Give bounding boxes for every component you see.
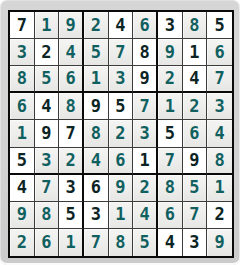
cell-r3c3[interactable]: 6	[59, 66, 84, 93]
cell-r3c2[interactable]: 5	[35, 66, 60, 93]
cell-r6c8[interactable]: 9	[183, 148, 208, 175]
cell-r3c9[interactable]: 7	[207, 66, 232, 93]
cell-r3c4[interactable]: 1	[84, 66, 109, 93]
cell-r9c4[interactable]: 7	[84, 229, 109, 256]
cell-r8c7[interactable]: 6	[158, 202, 183, 229]
cell-r4c9[interactable]: 3	[207, 93, 232, 120]
cell-r9c7[interactable]: 4	[158, 229, 183, 256]
cell-r5c6[interactable]: 3	[133, 120, 158, 147]
cell-r1c1[interactable]: 7	[10, 12, 35, 39]
cell-r6c9[interactable]: 8	[207, 148, 232, 175]
cell-r5c8[interactable]: 6	[183, 120, 208, 147]
cell-r8c3[interactable]: 5	[59, 202, 84, 229]
cell-r5c4[interactable]: 8	[84, 120, 109, 147]
cell-r9c5[interactable]: 8	[109, 229, 134, 256]
cell-r8c9[interactable]: 2	[207, 202, 232, 229]
cell-r4c7[interactable]: 1	[158, 93, 183, 120]
cell-r9c3[interactable]: 1	[59, 229, 84, 256]
cell-r1c5[interactable]: 4	[109, 12, 134, 39]
cell-r4c1[interactable]: 6	[10, 93, 35, 120]
cell-r2c2[interactable]: 2	[35, 39, 60, 66]
cell-r1c9[interactable]: 5	[207, 12, 232, 39]
cell-r6c7[interactable]: 7	[158, 148, 183, 175]
cell-r2c9[interactable]: 6	[207, 39, 232, 66]
cell-r7c1[interactable]: 4	[10, 175, 35, 202]
cell-r2c7[interactable]: 9	[158, 39, 183, 66]
cell-r5c9[interactable]: 4	[207, 120, 232, 147]
cell-r7c8[interactable]: 5	[183, 175, 208, 202]
cell-r6c6[interactable]: 1	[133, 148, 158, 175]
cell-r8c4[interactable]: 3	[84, 202, 109, 229]
cell-r2c6[interactable]: 8	[133, 39, 158, 66]
cell-r4c3[interactable]: 8	[59, 93, 84, 120]
cell-r5c3[interactable]: 7	[59, 120, 84, 147]
cell-r8c8[interactable]: 7	[183, 202, 208, 229]
cell-r3c1[interactable]: 8	[10, 66, 35, 93]
cell-r7c3[interactable]: 3	[59, 175, 84, 202]
cell-r4c5[interactable]: 5	[109, 93, 134, 120]
cell-r2c4[interactable]: 5	[84, 39, 109, 66]
cell-r8c5[interactable]: 1	[109, 202, 134, 229]
cell-r8c1[interactable]: 9	[10, 202, 35, 229]
cell-r7c6[interactable]: 2	[133, 175, 158, 202]
cell-r9c2[interactable]: 6	[35, 229, 60, 256]
cell-r1c8[interactable]: 8	[183, 12, 208, 39]
cell-r4c2[interactable]: 4	[35, 93, 60, 120]
cell-r7c4[interactable]: 6	[84, 175, 109, 202]
cell-r3c5[interactable]: 3	[109, 66, 134, 93]
cell-r6c1[interactable]: 5	[10, 148, 35, 175]
cell-r3c6[interactable]: 9	[133, 66, 158, 93]
cell-r3c7[interactable]: 2	[158, 66, 183, 93]
cell-r9c6[interactable]: 5	[133, 229, 158, 256]
cell-r3c8[interactable]: 4	[183, 66, 208, 93]
cell-r9c8[interactable]: 3	[183, 229, 208, 256]
cell-r1c4[interactable]: 2	[84, 12, 109, 39]
cell-r1c6[interactable]: 6	[133, 12, 158, 39]
cell-r2c3[interactable]: 4	[59, 39, 84, 66]
cell-r2c8[interactable]: 1	[183, 39, 208, 66]
cell-r1c2[interactable]: 1	[35, 12, 60, 39]
cell-r9c1[interactable]: 2	[10, 229, 35, 256]
cell-r6c3[interactable]: 2	[59, 148, 84, 175]
cell-r6c5[interactable]: 6	[109, 148, 134, 175]
cell-r8c6[interactable]: 4	[133, 202, 158, 229]
cell-r2c1[interactable]: 3	[10, 39, 35, 66]
cell-r8c2[interactable]: 8	[35, 202, 60, 229]
cell-r5c2[interactable]: 9	[35, 120, 60, 147]
cell-r6c2[interactable]: 3	[35, 148, 60, 175]
cell-r1c7[interactable]: 3	[158, 12, 183, 39]
sudoku-board: 7192463853245789168561392476489571231978…	[8, 10, 234, 258]
cell-r2c5[interactable]: 7	[109, 39, 134, 66]
cell-r7c7[interactable]: 8	[158, 175, 183, 202]
cell-r5c1[interactable]: 1	[10, 120, 35, 147]
cell-r6c4[interactable]: 4	[84, 148, 109, 175]
cell-r7c9[interactable]: 1	[207, 175, 232, 202]
cell-r5c5[interactable]: 2	[109, 120, 134, 147]
cell-r4c8[interactable]: 2	[183, 93, 208, 120]
cell-r4c6[interactable]: 7	[133, 93, 158, 120]
cell-r1c3[interactable]: 9	[59, 12, 84, 39]
cell-r4c4[interactable]: 9	[84, 93, 109, 120]
page-background: 7192463853245789168561392476489571231978…	[0, 0, 240, 265]
cell-r7c2[interactable]: 7	[35, 175, 60, 202]
cell-r9c9[interactable]: 9	[207, 229, 232, 256]
cell-r7c5[interactable]: 9	[109, 175, 134, 202]
cell-r5c7[interactable]: 5	[158, 120, 183, 147]
